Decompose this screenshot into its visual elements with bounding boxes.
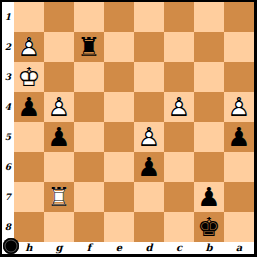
white-pawn-icon: ♙ (224, 92, 254, 122)
square-g8[interactable] (44, 212, 74, 242)
square-f2[interactable]: ♜ (74, 32, 104, 62)
square-b8[interactable]: ♚ (194, 212, 224, 242)
square-e3[interactable] (104, 62, 134, 92)
piece-white-pawn[interactable]: ♟♙ (134, 122, 164, 152)
square-f5[interactable] (74, 122, 104, 152)
piece-black-pawn[interactable]: ♟ (194, 182, 224, 212)
rank-label-2: 2 (2, 32, 14, 62)
square-f8[interactable] (74, 212, 104, 242)
square-f1[interactable] (74, 2, 104, 32)
square-g3[interactable] (44, 62, 74, 92)
square-f3[interactable] (74, 62, 104, 92)
piece-white-pawn[interactable]: ♟♙ (14, 32, 44, 62)
square-a3[interactable] (224, 62, 254, 92)
square-a8[interactable] (224, 212, 254, 242)
black-pawn-icon: ♟ (44, 122, 74, 152)
piece-black-rook[interactable]: ♜ (74, 32, 104, 62)
square-g1[interactable] (44, 2, 74, 32)
black-rook-icon: ♜ (74, 32, 104, 62)
square-b4[interactable] (194, 92, 224, 122)
square-b2[interactable] (194, 32, 224, 62)
square-d8[interactable] (134, 212, 164, 242)
square-a2[interactable] (224, 32, 254, 62)
square-c8[interactable] (164, 212, 194, 242)
rank-label-6: 6 (2, 152, 14, 182)
piece-white-pawn[interactable]: ♟♙ (164, 92, 194, 122)
square-a4[interactable]: ♟♙ (224, 92, 254, 122)
rank-label-7: 7 (2, 182, 14, 212)
white-pawn-icon: ♙ (134, 122, 164, 152)
chess-board[interactable]: ♟♙♜♚♔♟♟♙♟♙♟♙♟♟♙♟♟♜♖♟♚ (14, 2, 254, 242)
square-h8[interactable] (14, 212, 44, 242)
square-h6[interactable] (14, 152, 44, 182)
piece-black-pawn[interactable]: ♟ (134, 152, 164, 182)
square-c3[interactable] (164, 62, 194, 92)
square-c4[interactable]: ♟♙ (164, 92, 194, 122)
square-c1[interactable] (164, 2, 194, 32)
black-pawn-icon: ♟ (134, 152, 164, 182)
square-g7[interactable]: ♜♖ (44, 182, 74, 212)
square-e7[interactable] (104, 182, 134, 212)
square-f4[interactable] (74, 92, 104, 122)
square-e8[interactable] (104, 212, 134, 242)
white-king-icon: ♔ (14, 62, 44, 92)
square-e4[interactable] (104, 92, 134, 122)
square-g5[interactable]: ♟ (44, 122, 74, 152)
square-d4[interactable] (134, 92, 164, 122)
square-g2[interactable] (44, 32, 74, 62)
piece-white-king[interactable]: ♚♔ (14, 62, 44, 92)
file-label-f: f (74, 242, 104, 254)
square-d3[interactable] (134, 62, 164, 92)
chess-diagram: 12345678 ♟♙♜♚♔♟♟♙♟♙♟♙♟♟♙♟♟♜♖♟♚ hgfedcba (0, 0, 257, 257)
black-pawn-icon: ♟ (194, 182, 224, 212)
file-label-d: d (134, 242, 164, 254)
square-c5[interactable] (164, 122, 194, 152)
piece-white-pawn[interactable]: ♟♙ (44, 92, 74, 122)
square-f7[interactable] (74, 182, 104, 212)
white-pawn-icon: ♙ (14, 32, 44, 62)
square-e1[interactable] (104, 2, 134, 32)
piece-black-pawn[interactable]: ♟ (44, 122, 74, 152)
square-b6[interactable] (194, 152, 224, 182)
rank-label-4: 4 (2, 92, 14, 122)
square-d2[interactable] (134, 32, 164, 62)
square-d5[interactable]: ♟♙ (134, 122, 164, 152)
file-label-e: e (104, 242, 134, 254)
file-label-b: b (194, 242, 224, 254)
black-to-move-indicator (3, 238, 19, 254)
black-pawn-icon: ♟ (224, 122, 254, 152)
piece-black-pawn[interactable]: ♟ (224, 122, 254, 152)
square-h4[interactable]: ♟ (14, 92, 44, 122)
rank-label-5: 5 (2, 122, 14, 152)
square-d6[interactable]: ♟ (134, 152, 164, 182)
square-e6[interactable] (104, 152, 134, 182)
white-rook-icon: ♖ (44, 182, 74, 212)
square-b7[interactable]: ♟ (194, 182, 224, 212)
square-d7[interactable] (134, 182, 164, 212)
square-b3[interactable] (194, 62, 224, 92)
white-pawn-icon: ♙ (164, 92, 194, 122)
piece-white-rook[interactable]: ♜♖ (44, 182, 74, 212)
piece-black-pawn[interactable]: ♟ (14, 92, 44, 122)
square-h7[interactable] (14, 182, 44, 212)
square-a7[interactable] (224, 182, 254, 212)
piece-white-pawn[interactable]: ♟♙ (224, 92, 254, 122)
square-f6[interactable] (74, 152, 104, 182)
square-h2[interactable]: ♟♙ (14, 32, 44, 62)
file-label-g: g (44, 242, 74, 254)
square-b1[interactable] (194, 2, 224, 32)
rank-labels: 12345678 (2, 2, 14, 242)
square-e5[interactable] (104, 122, 134, 152)
square-c2[interactable] (164, 32, 194, 62)
white-pawn-icon: ♙ (44, 92, 74, 122)
square-e2[interactable] (104, 32, 134, 62)
square-a6[interactable] (224, 152, 254, 182)
black-king-icon: ♚ (194, 212, 224, 242)
piece-black-king[interactable]: ♚ (194, 212, 224, 242)
square-a1[interactable] (224, 2, 254, 32)
rank-label-1: 1 (2, 2, 14, 32)
rank-label-3: 3 (2, 62, 14, 92)
black-pawn-icon: ♟ (14, 92, 44, 122)
square-h3[interactable]: ♚♔ (14, 62, 44, 92)
file-label-c: c (164, 242, 194, 254)
square-a5[interactable]: ♟ (224, 122, 254, 152)
square-g4[interactable]: ♟♙ (44, 92, 74, 122)
diagram-content: 12345678 ♟♙♜♚♔♟♟♙♟♙♟♙♟♟♙♟♟♜♖♟♚ hgfedcba (2, 2, 254, 254)
square-g6[interactable] (44, 152, 74, 182)
file-label-a: a (224, 242, 254, 254)
file-labels: hgfedcba (14, 242, 254, 254)
square-b5[interactable] (194, 122, 224, 152)
square-d1[interactable] (134, 2, 164, 32)
square-h5[interactable] (14, 122, 44, 152)
square-c6[interactable] (164, 152, 194, 182)
square-h1[interactable] (14, 2, 44, 32)
square-c7[interactable] (164, 182, 194, 212)
